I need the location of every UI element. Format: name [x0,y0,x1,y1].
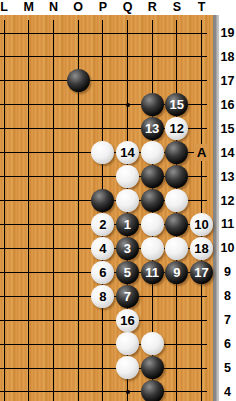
stone-number: 8 [99,289,106,304]
stone-white-Q5 [116,356,139,379]
stone-number: 3 [124,241,131,256]
stone-number: 18 [194,241,208,256]
column-labels: LMNOPQRST [0,0,236,15]
stone-white-R6 [141,332,164,355]
row-label-18: 18 [219,49,236,65]
stone-number: 16 [120,313,134,328]
col-label-L: L [0,0,14,15]
row-label-4: 4 [219,384,236,400]
stone-white-Q7: 16 [116,309,139,332]
stone-black-T9: 17 [190,261,213,284]
row-label-11: 11 [219,216,236,232]
stone-black-R9: 11 [141,261,164,284]
row-label-17: 17 [219,73,236,89]
stone-black-R15: 13 [141,117,164,140]
stone-black-Q9: 5 [116,261,139,284]
stone-number: 6 [99,265,106,280]
stone-black-R13 [141,165,164,188]
col-label-T: T [192,0,212,15]
stone-black-S9: 9 [165,261,188,284]
row-label-8: 8 [219,288,236,304]
row-label-7: 7 [219,312,236,328]
stone-number: 15 [170,97,184,112]
point-label-A: A [194,144,209,161]
stone-black-Q10: 3 [116,237,139,260]
stone-number: 1 [124,217,131,232]
stone-number: 17 [194,265,208,280]
stone-white-Q13 [116,165,139,188]
stone-white-S15: 12 [165,117,188,140]
stone-number: 11 [145,265,159,280]
stone-black-S14 [165,141,188,164]
stone-white-T11: 10 [190,213,213,236]
stone-black-O17 [67,69,90,92]
stone-black-R16 [141,93,164,116]
go-board-diagram: 151312142110431865119178716A LMNOPQRST 1… [0,0,236,401]
stone-black-R5 [141,356,164,379]
stone-white-P9: 6 [91,261,114,284]
stone-white-R14 [141,141,164,164]
stone-white-R11 [141,213,164,236]
stone-white-Q14: 14 [116,141,139,164]
row-label-16: 16 [219,97,236,113]
col-label-O: O [68,0,88,15]
stone-black-P12 [91,189,114,212]
row-label-9: 9 [219,264,236,280]
stone-number: 10 [194,217,208,232]
row-labels: 19181716151413121110987654 [219,0,236,401]
stone-number: 2 [99,217,106,232]
stone-white-P11: 2 [91,213,114,236]
stone-white-P8: 8 [91,285,114,308]
stone-number: 5 [124,265,131,280]
row-label-12: 12 [219,193,236,209]
col-label-M: M [19,0,39,15]
row-label-15: 15 [219,121,236,137]
col-label-N: N [43,0,63,15]
stone-white-P14 [91,141,114,164]
row-label-10: 10 [219,240,236,256]
stone-number: 9 [173,265,180,280]
stone-number: 7 [124,289,131,304]
stone-white-S12 [165,189,188,212]
stone-black-R4 [141,380,164,401]
stone-white-S10 [165,237,188,260]
stone-number: 4 [99,241,106,256]
stone-black-Q8: 7 [116,285,139,308]
stone-white-Q6 [116,332,139,355]
row-label-6: 6 [219,336,236,352]
stone-number: 13 [145,121,159,136]
stone-black-S16: 15 [165,93,188,116]
stone-white-Q12 [116,189,139,212]
stone-number: 14 [120,145,134,160]
col-label-Q: Q [118,0,138,15]
row-label-13: 13 [219,169,236,185]
stone-white-R10 [141,237,164,260]
col-label-S: S [167,0,187,15]
row-label-19: 19 [219,25,236,41]
stone-black-R12 [141,189,164,212]
col-label-P: P [93,0,113,15]
stone-black-S13 [165,165,188,188]
row-label-5: 5 [219,360,236,376]
stone-number: 12 [170,121,184,136]
stone-black-S11 [165,213,188,236]
stone-black-Q11: 1 [116,213,139,236]
stone-white-T10: 18 [190,237,213,260]
col-label-R: R [142,0,162,15]
row-label-14: 14 [219,145,236,161]
stones-layer: 151312142110431865119178716A [0,21,214,401]
stone-white-P10: 4 [91,237,114,260]
